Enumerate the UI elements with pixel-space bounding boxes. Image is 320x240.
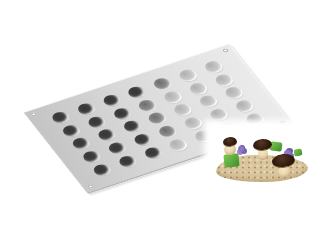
- cavity-half: [136, 98, 159, 113]
- cavity-half: [157, 124, 180, 139]
- chocolate-mushroom: [253, 139, 273, 162]
- cavity-hole: [81, 149, 104, 164]
- cavity-half: [146, 111, 169, 126]
- cavity-hole: [121, 119, 144, 134]
- cavity-hole: [117, 154, 140, 169]
- cavity-dome: [223, 86, 246, 101]
- cavity-hole: [60, 123, 83, 138]
- cavity-dome: [161, 89, 184, 104]
- cavity-hole: [85, 115, 108, 130]
- cavity-dome: [167, 137, 190, 152]
- chocolate-mushroom: [272, 154, 296, 178]
- product-photo: [0, 0, 320, 240]
- cavity-dome: [208, 107, 231, 122]
- cavity-hole: [142, 146, 165, 161]
- chocolate-mushroom: [223, 137, 241, 157]
- cavity-dome: [187, 81, 210, 96]
- cavity-dome: [243, 112, 266, 127]
- cavity-dome: [233, 99, 256, 114]
- cavity-hole: [50, 110, 73, 125]
- cavity-hole: [132, 132, 155, 147]
- cavity-dome: [172, 102, 195, 117]
- cavity-hole: [70, 136, 93, 151]
- cavity-dome: [202, 59, 225, 74]
- cavity-dome: [197, 94, 220, 109]
- cavity-hole: [111, 106, 134, 121]
- cavity-dome: [176, 68, 199, 83]
- cavity-dome: [182, 116, 205, 131]
- cavity-hole: [91, 163, 114, 178]
- mushroom-cap: [253, 138, 273, 151]
- cavity-hole: [126, 85, 149, 100]
- product-photo-inset: [210, 126, 316, 188]
- cavity-hole: [100, 93, 123, 108]
- cavity-hole: [75, 101, 98, 116]
- cavity-hole: [96, 128, 119, 143]
- cavity-dome: [212, 72, 235, 87]
- cavity-hole: [106, 141, 129, 156]
- mushroom-cap: [271, 153, 295, 169]
- cavity-half: [151, 76, 174, 91]
